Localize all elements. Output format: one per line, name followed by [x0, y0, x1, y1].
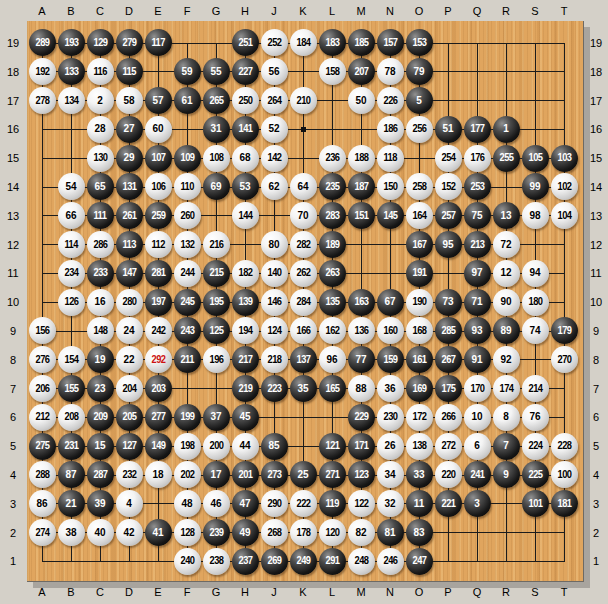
stone-Q14-move-253[interactable]: 253: [464, 173, 491, 200]
stone-A2-move-274[interactable]: 274: [29, 519, 56, 546]
stone-R8-move-92[interactable]: 92: [493, 346, 520, 373]
stone-B4-move-87[interactable]: 87: [58, 461, 85, 488]
stone-O11-move-191[interactable]: 191: [406, 260, 433, 287]
stone-N19-move-157[interactable]: 157: [377, 29, 404, 56]
stone-C14-move-65[interactable]: 65: [87, 173, 114, 200]
move-number: 8: [503, 412, 509, 422]
stone-D14-move-131[interactable]: 131: [116, 173, 143, 200]
stone-N7-move-36[interactable]: 36: [377, 375, 404, 402]
stone-R7-move-174[interactable]: 174: [493, 375, 520, 402]
stone-C7-move-23[interactable]: 23: [87, 375, 114, 402]
stone-Q10-move-71[interactable]: 71: [464, 289, 491, 316]
stone-B12-move-114[interactable]: 114: [58, 231, 85, 258]
stone-M3-move-122[interactable]: 122: [348, 490, 375, 517]
stone-Q12-move-213[interactable]: 213: [464, 231, 491, 258]
stone-F1-move-240[interactable]: 240: [174, 548, 201, 575]
stone-F12-move-132[interactable]: 132: [174, 231, 201, 258]
stone-T9-move-179[interactable]: 179: [551, 317, 578, 344]
stone-P3-move-221[interactable]: 221: [435, 490, 462, 517]
stone-E16-move-60[interactable]: 60: [145, 116, 172, 143]
stone-K12-move-282[interactable]: 282: [290, 231, 317, 258]
stone-O7-move-169[interactable]: 169: [406, 375, 433, 402]
stone-Q7-move-170[interactable]: 170: [464, 375, 491, 402]
stone-H3-move-47[interactable]: 47: [232, 490, 259, 517]
stone-E11-move-281[interactable]: 281: [145, 260, 172, 287]
stone-A6-move-212[interactable]: 212: [29, 404, 56, 431]
move-number: 11: [414, 499, 425, 509]
stone-D4-move-232[interactable]: 232: [116, 461, 143, 488]
stone-H8-move-217[interactable]: 217: [232, 346, 259, 373]
stone-S3-move-101[interactable]: 101: [522, 490, 549, 517]
stone-G6-move-37[interactable]: 37: [203, 404, 230, 431]
stone-H17-move-250[interactable]: 250: [232, 87, 259, 114]
stone-B3-move-21[interactable]: 21: [58, 490, 85, 517]
stone-G14-move-69[interactable]: 69: [203, 173, 230, 200]
stone-J18-move-56[interactable]: 56: [261, 58, 288, 85]
stone-B14-move-54[interactable]: 54: [58, 173, 85, 200]
stone-N17-move-226[interactable]: 226: [377, 87, 404, 114]
stone-S15-move-105[interactable]: 105: [522, 145, 549, 172]
stone-A5-move-275[interactable]: 275: [29, 433, 56, 460]
stone-S9-move-74[interactable]: 74: [522, 317, 549, 344]
stone-G11-move-215[interactable]: 215: [203, 260, 230, 287]
stone-T8-move-270[interactable]: 270: [551, 346, 578, 373]
stone-N1-move-246[interactable]: 246: [377, 548, 404, 575]
stone-K14-move-64[interactable]: 64: [290, 173, 317, 200]
stone-L8-move-96[interactable]: 96: [319, 346, 346, 373]
stone-L14-move-235[interactable]: 235: [319, 173, 346, 200]
stone-B11-move-234[interactable]: 234: [58, 260, 85, 287]
stone-A17-move-278[interactable]: 278: [29, 87, 56, 114]
stone-P8-move-267[interactable]: 267: [435, 346, 462, 373]
stone-E12-move-112[interactable]: 112: [145, 231, 172, 258]
stone-G8-move-196[interactable]: 196: [203, 346, 230, 373]
stone-D6-move-205[interactable]: 205: [116, 404, 143, 431]
stone-Q15-move-176[interactable]: 176: [464, 145, 491, 172]
stone-H2-move-49[interactable]: 49: [232, 519, 259, 546]
stone-N16-move-186[interactable]: 186: [377, 116, 404, 143]
stone-E2-move-41[interactable]: 41: [145, 519, 172, 546]
stone-F6-move-199[interactable]: 199: [174, 404, 201, 431]
stone-O17-move-5[interactable]: 5: [406, 87, 433, 114]
stone-C16-move-28[interactable]: 28: [87, 116, 114, 143]
stone-Q9-move-93[interactable]: 93: [464, 317, 491, 344]
stone-D17-move-58[interactable]: 58: [116, 87, 143, 114]
stone-J4-move-273[interactable]: 273: [261, 461, 288, 488]
stone-J17-move-264[interactable]: 264: [261, 87, 288, 114]
stone-C18-move-116[interactable]: 116: [87, 58, 114, 85]
stone-A7-move-206[interactable]: 206: [29, 375, 56, 402]
move-number: 83: [413, 528, 424, 538]
stone-J12-move-80[interactable]: 80: [261, 231, 288, 258]
stone-B2-move-38[interactable]: 38: [58, 519, 85, 546]
stone-O14-move-258[interactable]: 258: [406, 173, 433, 200]
col-label-bottom-T: T: [561, 586, 568, 598]
stone-N9-move-160[interactable]: 160: [377, 317, 404, 344]
stone-T13-move-104[interactable]: 104: [551, 202, 578, 229]
stone-A18-move-192[interactable]: 192: [29, 58, 56, 85]
stone-H13-move-144[interactable]: 144: [232, 202, 259, 229]
stone-J9-move-124[interactable]: 124: [261, 317, 288, 344]
stone-M5-move-171[interactable]: 171: [348, 433, 375, 460]
stone-M9-move-136[interactable]: 136: [348, 317, 375, 344]
stone-E6-move-277[interactable]: 277: [145, 404, 172, 431]
stone-D11-move-147[interactable]: 147: [116, 260, 143, 287]
stone-E4-move-18[interactable]: 18: [145, 461, 172, 488]
goban-board[interactable]: 2891931292791172512521841831851571531921…: [27, 21, 584, 582]
stone-L7-move-165[interactable]: 165: [319, 375, 346, 402]
stone-T14-move-102[interactable]: 102: [551, 173, 578, 200]
stone-P7-move-175[interactable]: 175: [435, 375, 462, 402]
stone-K13-move-70[interactable]: 70: [290, 202, 317, 229]
stone-G4-move-17[interactable]: 17: [203, 461, 230, 488]
stone-O6-move-172[interactable]: 172: [406, 404, 433, 431]
stone-B13-move-66[interactable]: 66: [58, 202, 85, 229]
stone-L5-move-121[interactable]: 121: [319, 433, 346, 460]
stone-C4-move-287[interactable]: 287: [87, 461, 114, 488]
stone-F11-move-244[interactable]: 244: [174, 260, 201, 287]
stone-C5-move-15[interactable]: 15: [87, 433, 114, 460]
stone-S5-move-224[interactable]: 224: [522, 433, 549, 460]
stone-D8-move-22[interactable]: 22: [116, 346, 143, 373]
stone-O12-move-167[interactable]: 167: [406, 231, 433, 258]
stone-D7-move-204[interactable]: 204: [116, 375, 143, 402]
stone-F18-move-59[interactable]: 59: [174, 58, 201, 85]
stone-P15-move-254[interactable]: 254: [435, 145, 462, 172]
stone-J16-move-52[interactable]: 52: [261, 116, 288, 143]
stone-J14-move-62[interactable]: 62: [261, 173, 288, 200]
stone-H18-move-227[interactable]: 227: [232, 58, 259, 85]
stone-A9-move-156[interactable]: 156: [29, 317, 56, 344]
move-number: 256: [412, 124, 426, 134]
stone-O18-move-79[interactable]: 79: [406, 58, 433, 85]
stone-C10-move-16[interactable]: 16: [87, 289, 114, 316]
stone-N4-move-34[interactable]: 34: [377, 461, 404, 488]
stone-N14-move-150[interactable]: 150: [377, 173, 404, 200]
stone-B19-move-193[interactable]: 193: [58, 29, 85, 56]
stone-Q3-move-3[interactable]: 3: [464, 490, 491, 517]
stone-S14-move-99[interactable]: 99: [522, 173, 549, 200]
stone-R15-move-255[interactable]: 255: [493, 145, 520, 172]
stone-C2-move-40[interactable]: 40: [87, 519, 114, 546]
stone-B7-move-155[interactable]: 155: [58, 375, 85, 402]
stone-B10-move-126[interactable]: 126: [58, 289, 85, 316]
stone-P14-move-152[interactable]: 152: [435, 173, 462, 200]
stone-G2-move-239[interactable]: 239: [203, 519, 230, 546]
stone-J5-move-85[interactable]: 85: [261, 433, 288, 460]
stone-L11-move-263[interactable]: 263: [319, 260, 346, 287]
stone-D12-move-113[interactable]: 113: [116, 231, 143, 258]
stone-C3-move-39[interactable]: 39: [87, 490, 114, 517]
stone-A3-move-86[interactable]: 86: [29, 490, 56, 517]
stone-H6-move-45[interactable]: 45: [232, 404, 259, 431]
stone-P10-move-73[interactable]: 73: [435, 289, 462, 316]
stone-F8-move-211[interactable]: 211: [174, 346, 201, 373]
stone-B8-move-154[interactable]: 154: [58, 346, 85, 373]
stone-B5-move-231[interactable]: 231: [58, 433, 85, 460]
stone-D10-move-280[interactable]: 280: [116, 289, 143, 316]
stone-L15-move-236[interactable]: 236: [319, 145, 346, 172]
stone-D13-move-261[interactable]: 261: [116, 202, 143, 229]
stone-N18-move-78[interactable]: 78: [377, 58, 404, 85]
stone-Q8-move-91[interactable]: 91: [464, 346, 491, 373]
stone-L12-move-189[interactable]: 189: [319, 231, 346, 258]
stone-R12-move-72[interactable]: 72: [493, 231, 520, 258]
stone-K3-move-222[interactable]: 222: [290, 490, 317, 517]
stone-Q11-move-97[interactable]: 97: [464, 260, 491, 287]
stone-F4-move-202[interactable]: 202: [174, 461, 201, 488]
stone-R10-move-90[interactable]: 90: [493, 289, 520, 316]
stone-N3-move-32[interactable]: 32: [377, 490, 404, 517]
stone-C15-move-130[interactable]: 130: [87, 145, 114, 172]
stone-M4-move-123[interactable]: 123: [348, 461, 375, 488]
stone-L10-move-135[interactable]: 135: [319, 289, 346, 316]
stone-L13-move-283[interactable]: 283: [319, 202, 346, 229]
stone-K4-move-25[interactable]: 25: [290, 461, 317, 488]
stone-S11-move-94[interactable]: 94: [522, 260, 549, 287]
stone-H10-move-139[interactable]: 139: [232, 289, 259, 316]
stone-C12-move-286[interactable]: 286: [87, 231, 114, 258]
stone-T4-move-100[interactable]: 100: [551, 461, 578, 488]
move-number: 26: [384, 441, 395, 451]
move-number: 142: [267, 153, 281, 163]
stone-M10-move-163[interactable]: 163: [348, 289, 375, 316]
stone-R6-move-8[interactable]: 8: [493, 404, 520, 431]
stone-B18-move-133[interactable]: 133: [58, 58, 85, 85]
stone-P5-move-272[interactable]: 272: [435, 433, 462, 460]
stone-Q5-move-6[interactable]: 6: [464, 433, 491, 460]
stone-D9-move-24[interactable]: 24: [116, 317, 143, 344]
stone-H15-move-68[interactable]: 68: [232, 145, 259, 172]
stone-G17-move-265[interactable]: 265: [203, 87, 230, 114]
stone-G18-move-55[interactable]: 55: [203, 58, 230, 85]
stone-G10-move-195[interactable]: 195: [203, 289, 230, 316]
stone-F9-move-243[interactable]: 243: [174, 317, 201, 344]
stone-K8-move-137[interactable]: 137: [290, 346, 317, 373]
stone-H7-move-219[interactable]: 219: [232, 375, 259, 402]
stone-G12-move-216[interactable]: 216: [203, 231, 230, 258]
stone-B6-move-208[interactable]: 208: [58, 404, 85, 431]
stone-E17-move-57[interactable]: 57: [145, 87, 172, 114]
stone-G15-move-108[interactable]: 108: [203, 145, 230, 172]
stone-M15-move-188[interactable]: 188: [348, 145, 375, 172]
stone-H14-move-53[interactable]: 53: [232, 173, 259, 200]
stone-S6-move-76[interactable]: 76: [522, 404, 549, 431]
stone-M13-move-151[interactable]: 151: [348, 202, 375, 229]
stone-L9-move-162[interactable]: 162: [319, 317, 346, 344]
move-number: 55: [210, 67, 221, 77]
stone-S4-move-225[interactable]: 225: [522, 461, 549, 488]
stone-R9-move-89[interactable]: 89: [493, 317, 520, 344]
stone-G16-move-31[interactable]: 31: [203, 116, 230, 143]
stone-C8-move-19[interactable]: 19: [87, 346, 114, 373]
stone-J11-move-140[interactable]: 140: [261, 260, 288, 287]
stone-D15-move-29[interactable]: 29: [116, 145, 143, 172]
stone-J10-move-146[interactable]: 146: [261, 289, 288, 316]
stone-K19-move-184[interactable]: 184: [290, 29, 317, 56]
stone-P12-move-95[interactable]: 95: [435, 231, 462, 258]
stone-F13-move-260[interactable]: 260: [174, 202, 201, 229]
stone-D5-move-127[interactable]: 127: [116, 433, 143, 460]
stone-K9-move-166[interactable]: 166: [290, 317, 317, 344]
stone-K10-move-284[interactable]: 284: [290, 289, 317, 316]
stone-M14-move-187[interactable]: 187: [348, 173, 375, 200]
stone-M2-move-82[interactable]: 82: [348, 519, 375, 546]
stone-O1-move-247[interactable]: 247: [406, 548, 433, 575]
stone-H16-move-141[interactable]: 141: [232, 116, 259, 143]
stone-P16-move-51[interactable]: 51: [435, 116, 462, 143]
stone-D2-move-42[interactable]: 42: [116, 519, 143, 546]
stone-M19-move-185[interactable]: 185: [348, 29, 375, 56]
stone-O13-move-164[interactable]: 164: [406, 202, 433, 229]
stone-P9-move-285[interactable]: 285: [435, 317, 462, 344]
stone-L2-move-120[interactable]: 120: [319, 519, 346, 546]
stone-E5-move-149[interactable]: 149: [145, 433, 172, 460]
stone-J3-move-290[interactable]: 290: [261, 490, 288, 517]
stone-Q6-move-10[interactable]: 10: [464, 404, 491, 431]
stone-O16-move-256[interactable]: 256: [406, 116, 433, 143]
stone-N10-move-67[interactable]: 67: [377, 289, 404, 316]
stone-S10-move-180[interactable]: 180: [522, 289, 549, 316]
stone-S7-move-214[interactable]: 214: [522, 375, 549, 402]
stone-O2-move-83[interactable]: 83: [406, 519, 433, 546]
move-number: 101: [528, 499, 542, 509]
stone-J8-move-218[interactable]: 218: [261, 346, 288, 373]
stone-R5-move-7[interactable]: 7: [493, 433, 520, 460]
stone-E19-move-117[interactable]: 117: [145, 29, 172, 56]
stone-G5-move-200[interactable]: 200: [203, 433, 230, 460]
move-number: 161: [412, 355, 426, 365]
stone-R13-move-13[interactable]: 13: [493, 202, 520, 229]
stone-A19-move-289[interactable]: 289: [29, 29, 56, 56]
stone-L1-move-291[interactable]: 291: [319, 548, 346, 575]
stone-H9-move-194[interactable]: 194: [232, 317, 259, 344]
stone-C6-move-209[interactable]: 209: [87, 404, 114, 431]
stone-K11-move-262[interactable]: 262: [290, 260, 317, 287]
stone-J19-move-252[interactable]: 252: [261, 29, 288, 56]
stone-C9-move-148[interactable]: 148: [87, 317, 114, 344]
stone-O19-move-153[interactable]: 153: [406, 29, 433, 56]
stone-H11-move-182[interactable]: 182: [232, 260, 259, 287]
stone-F10-move-245[interactable]: 245: [174, 289, 201, 316]
stone-K2-move-178[interactable]: 178: [290, 519, 317, 546]
stone-D19-move-279[interactable]: 279: [116, 29, 143, 56]
stone-O4-move-33[interactable]: 33: [406, 461, 433, 488]
stone-O9-move-168[interactable]: 168: [406, 317, 433, 344]
move-number: 231: [64, 441, 78, 451]
stone-M18-move-207[interactable]: 207: [348, 58, 375, 85]
stone-D18-move-115[interactable]: 115: [116, 58, 143, 85]
stone-F17-move-61[interactable]: 61: [174, 87, 201, 114]
stone-R16-move-1[interactable]: 1: [493, 116, 520, 143]
stone-N6-move-230[interactable]: 230: [377, 404, 404, 431]
stone-J1-move-269[interactable]: 269: [261, 548, 288, 575]
stone-K7-move-35[interactable]: 35: [290, 375, 317, 402]
stone-H5-move-44[interactable]: 44: [232, 433, 259, 460]
stone-C11-move-233[interactable]: 233: [87, 260, 114, 287]
stone-M6-move-229[interactable]: 229: [348, 404, 375, 431]
stone-P6-move-266[interactable]: 266: [435, 404, 462, 431]
stone-E9-move-242[interactable]: 242: [145, 317, 172, 344]
stone-J15-move-142[interactable]: 142: [261, 145, 288, 172]
stone-L18-move-158[interactable]: 158: [319, 58, 346, 85]
stone-R4-move-9[interactable]: 9: [493, 461, 520, 488]
stone-D3-move-4[interactable]: 4: [116, 490, 143, 517]
stone-J7-move-223[interactable]: 223: [261, 375, 288, 402]
move-number: 65: [94, 182, 105, 192]
stone-M1-move-248[interactable]: 248: [348, 548, 375, 575]
stone-B17-move-134[interactable]: 134: [58, 87, 85, 114]
stone-A4-move-288[interactable]: 288: [29, 461, 56, 488]
stone-E13-move-259[interactable]: 259: [145, 202, 172, 229]
stone-O3-move-11[interactable]: 11: [406, 490, 433, 517]
stone-N2-move-81[interactable]: 81: [377, 519, 404, 546]
stone-E15-move-107[interactable]: 107: [145, 145, 172, 172]
stone-G1-move-238[interactable]: 238: [203, 548, 230, 575]
stone-H4-move-201[interactable]: 201: [232, 461, 259, 488]
stone-M17-move-50[interactable]: 50: [348, 87, 375, 114]
stone-K1-move-249[interactable]: 249: [290, 548, 317, 575]
stone-Q13-move-75[interactable]: 75: [464, 202, 491, 229]
stone-M7-move-88[interactable]: 88: [348, 375, 375, 402]
stone-F2-move-128[interactable]: 128: [174, 519, 201, 546]
stone-D16-move-27[interactable]: 27: [116, 116, 143, 143]
stone-T3-move-181[interactable]: 181: [551, 490, 578, 517]
move-number: 125: [209, 326, 223, 336]
stone-H1-move-237[interactable]: 237: [232, 548, 259, 575]
stone-E10-move-197[interactable]: 197: [145, 289, 172, 316]
move-number: 278: [35, 96, 49, 106]
stone-L3-move-119[interactable]: 119: [319, 490, 346, 517]
stone-J2-move-268[interactable]: 268: [261, 519, 288, 546]
stone-S13-move-98[interactable]: 98: [522, 202, 549, 229]
stone-L4-move-271[interactable]: 271: [319, 461, 346, 488]
stone-Q16-move-177[interactable]: 177: [464, 116, 491, 143]
stone-T15-move-103[interactable]: 103: [551, 145, 578, 172]
stone-C13-move-111[interactable]: 111: [87, 202, 114, 229]
stone-P4-move-220[interactable]: 220: [435, 461, 462, 488]
stone-Q4-move-241[interactable]: 241: [464, 461, 491, 488]
stone-M8-move-77[interactable]: 77: [348, 346, 375, 373]
stone-N13-move-145[interactable]: 145: [377, 202, 404, 229]
stone-F3-move-48[interactable]: 48: [174, 490, 201, 517]
stone-N15-move-118[interactable]: 118: [377, 145, 404, 172]
stone-E8-move-292[interactable]: 292: [145, 346, 172, 373]
stone-H19-move-251[interactable]: 251: [232, 29, 259, 56]
stone-C17-move-2[interactable]: 2: [87, 87, 114, 114]
stone-P13-move-257[interactable]: 257: [435, 202, 462, 229]
stone-O10-move-190[interactable]: 190: [406, 289, 433, 316]
stone-N5-move-26[interactable]: 26: [377, 433, 404, 460]
stone-O8-move-161[interactable]: 161: [406, 346, 433, 373]
stone-K17-move-210[interactable]: 210: [290, 87, 317, 114]
stone-L19-move-183[interactable]: 183: [319, 29, 346, 56]
stone-E14-move-106[interactable]: 106: [145, 173, 172, 200]
stone-F5-move-198[interactable]: 198: [174, 433, 201, 460]
stone-O5-move-138[interactable]: 138: [406, 433, 433, 460]
stone-F14-move-110[interactable]: 110: [174, 173, 201, 200]
stone-R11-move-12[interactable]: 12: [493, 260, 520, 287]
move-number: 222: [296, 499, 310, 509]
stone-F15-move-109[interactable]: 109: [174, 145, 201, 172]
stone-A8-move-276[interactable]: 276: [29, 346, 56, 373]
stone-C19-move-129[interactable]: 129: [87, 29, 114, 56]
stone-T5-move-228[interactable]: 228: [551, 433, 578, 460]
stone-E7-move-203[interactable]: 203: [145, 375, 172, 402]
stone-G9-move-125[interactable]: 125: [203, 317, 230, 344]
stone-N8-move-159[interactable]: 159: [377, 346, 404, 373]
stone-G3-move-46[interactable]: 46: [203, 490, 230, 517]
